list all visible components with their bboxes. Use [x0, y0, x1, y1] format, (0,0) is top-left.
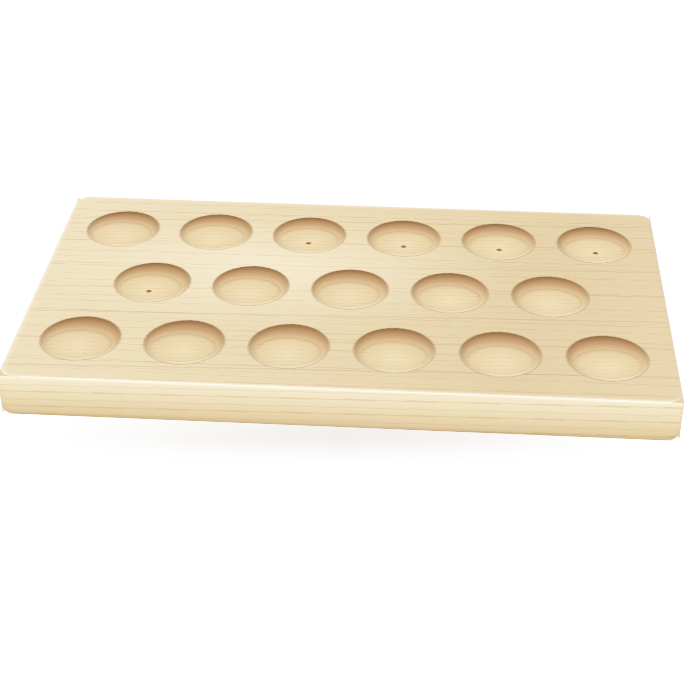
pit-r2-c5[interactable]: [511, 275, 591, 318]
pit-r3-c4[interactable]: [351, 327, 436, 375]
pit-r1-c2[interactable]: [175, 213, 257, 250]
pit-r1-c1[interactable]: [80, 210, 165, 247]
pit-r1-c6[interactable]: [556, 226, 634, 264]
pit-r1-c4[interactable]: [365, 220, 441, 258]
pit-r3-c1[interactable]: [31, 315, 127, 362]
pit-r3-c6[interactable]: [565, 334, 653, 382]
pit-r2-c1[interactable]: [107, 262, 196, 304]
pit-r3-c5[interactable]: [459, 330, 543, 378]
pit-r2-c3[interactable]: [308, 268, 390, 310]
product-photo-scene: [0, 0, 700, 700]
wooden-tray-board: [0, 214, 681, 423]
pit-r1-c3[interactable]: [270, 216, 349, 254]
pit-r2-c2[interactable]: [207, 265, 292, 307]
board-top-face: [0, 197, 684, 403]
pit-r3-c3[interactable]: [244, 323, 333, 370]
pit-r1-c5[interactable]: [462, 223, 536, 261]
pit-r2-c4[interactable]: [409, 272, 488, 314]
pit-r3-c2[interactable]: [137, 319, 230, 366]
